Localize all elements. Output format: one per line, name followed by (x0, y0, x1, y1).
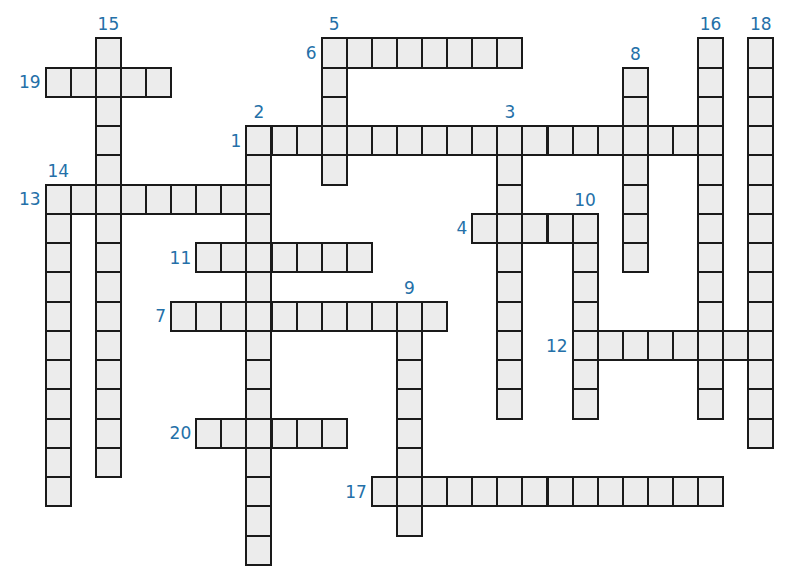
cell-r7-c12[interactable] (346, 242, 373, 273)
cell-r14-c0[interactable] (45, 447, 72, 478)
cell-r3-c19[interactable] (521, 125, 548, 156)
down-number-9: 9 (388, 277, 432, 299)
cell-r12-c8[interactable] (245, 388, 272, 419)
cell-r15-c0[interactable] (45, 476, 72, 507)
cell-r15-c21[interactable] (572, 476, 599, 507)
cell-r11-c2[interactable] (95, 359, 122, 390)
across-number-17: 17 (327, 481, 367, 503)
cell-r12-c18[interactable] (496, 388, 523, 419)
down-number-10: 10 (563, 189, 607, 211)
cell-r5-c5[interactable] (170, 184, 197, 215)
cell-r0-c2[interactable] (95, 37, 122, 68)
cell-r9-c14[interactable] (396, 301, 423, 332)
cell-r9-c2[interactable] (95, 301, 122, 332)
cell-r15-c24[interactable] (647, 476, 674, 507)
cell-r7-c11[interactable] (321, 242, 348, 273)
cell-r13-c8[interactable] (245, 418, 272, 449)
cell-r15-c19[interactable] (521, 476, 548, 507)
cell-r6-c8[interactable] (245, 213, 272, 244)
cell-r8-c18[interactable] (496, 271, 523, 302)
cell-r10-c21[interactable] (572, 330, 599, 361)
cell-r3-c11[interactable] (321, 125, 348, 156)
down-number-16: 16 (689, 13, 733, 35)
cell-r4-c23[interactable] (622, 154, 649, 185)
cell-r3-c14[interactable] (396, 125, 423, 156)
cell-r0-c17[interactable] (471, 37, 498, 68)
cell-r10-c18[interactable] (496, 330, 523, 361)
cell-r9-c18[interactable] (496, 301, 523, 332)
cell-r11-c14[interactable] (396, 359, 423, 390)
cell-r14-c14[interactable] (396, 447, 423, 478)
cell-r5-c4[interactable] (145, 184, 172, 215)
cell-r3-c13[interactable] (371, 125, 398, 156)
cell-r10-c27[interactable] (722, 330, 749, 361)
cell-r15-c20[interactable] (547, 476, 574, 507)
cell-r11-c26[interactable] (697, 359, 724, 390)
cell-r6-c18[interactable] (496, 213, 523, 244)
cell-r5-c26[interactable] (697, 184, 724, 215)
cell-r1-c0[interactable] (45, 67, 72, 98)
cell-r11-c8[interactable] (245, 359, 272, 390)
cell-r9-c5[interactable] (170, 301, 197, 332)
cell-r9-c0[interactable] (45, 301, 72, 332)
cell-r10-c28[interactable] (747, 330, 774, 361)
down-number-5: 5 (312, 13, 356, 35)
cell-r7-c21[interactable] (572, 242, 599, 273)
cell-r0-c28[interactable] (747, 37, 774, 68)
cell-r4-c28[interactable] (747, 154, 774, 185)
cell-r3-c9[interactable] (271, 125, 298, 156)
cell-r4-c18[interactable] (496, 154, 523, 185)
cell-r6-c17[interactable] (471, 213, 498, 244)
cell-r15-c25[interactable] (672, 476, 699, 507)
cell-r1-c23[interactable] (622, 67, 649, 98)
cell-r12-c28[interactable] (747, 388, 774, 419)
cell-r0-c18[interactable] (496, 37, 523, 68)
cell-r7-c9[interactable] (271, 242, 298, 273)
cell-r4-c2[interactable] (95, 154, 122, 185)
across-number-13: 13 (1, 188, 41, 210)
cell-r2-c2[interactable] (95, 96, 122, 127)
cell-r12-c21[interactable] (572, 388, 599, 419)
cell-r13-c11[interactable] (321, 418, 348, 449)
cell-r11-c0[interactable] (45, 359, 72, 390)
cell-r11-c21[interactable] (572, 359, 599, 390)
cell-r9-c9[interactable] (271, 301, 298, 332)
cell-r5-c23[interactable] (622, 184, 649, 215)
cell-r9-c6[interactable] (195, 301, 222, 332)
cell-r8-c21[interactable] (572, 271, 599, 302)
cell-r5-c1[interactable] (70, 184, 97, 215)
cell-r3-c23[interactable] (622, 125, 649, 156)
cell-r10-c14[interactable] (396, 330, 423, 361)
cell-r3-c12[interactable] (346, 125, 373, 156)
cell-r13-c7[interactable] (220, 418, 247, 449)
cell-r11-c18[interactable] (496, 359, 523, 390)
cell-r9-c21[interactable] (572, 301, 599, 332)
cell-r9-c8[interactable] (245, 301, 272, 332)
cell-r7-c7[interactable] (220, 242, 247, 273)
cell-r5-c6[interactable] (195, 184, 222, 215)
cell-r7-c10[interactable] (296, 242, 323, 273)
cell-r15-c15[interactable] (421, 476, 448, 507)
cell-r3-c15[interactable] (421, 125, 448, 156)
cell-r10-c23[interactable] (622, 330, 649, 361)
cell-r8-c8[interactable] (245, 271, 272, 302)
down-number-15: 15 (86, 13, 130, 35)
cell-r0-c14[interactable] (396, 37, 423, 68)
cell-r13-c9[interactable] (271, 418, 298, 449)
cell-r1-c3[interactable] (120, 67, 147, 98)
crossword-board: 1467111213171920235891014151618 (0, 0, 809, 578)
cell-r12-c14[interactable] (396, 388, 423, 419)
cell-r15-c8[interactable] (245, 476, 272, 507)
across-number-1: 1 (201, 130, 241, 152)
down-number-14: 14 (36, 160, 80, 182)
cell-r13-c2[interactable] (95, 418, 122, 449)
cell-r2-c26[interactable] (697, 96, 724, 127)
cell-r9-c10[interactable] (296, 301, 323, 332)
cell-r5-c28[interactable] (747, 184, 774, 215)
down-number-3: 3 (488, 101, 532, 123)
down-number-18: 18 (739, 13, 783, 35)
across-number-4: 4 (427, 217, 467, 239)
cell-r0-c26[interactable] (697, 37, 724, 68)
cell-r2-c28[interactable] (747, 96, 774, 127)
cell-r3-c10[interactable] (296, 125, 323, 156)
cell-r9-c12[interactable] (346, 301, 373, 332)
cell-r7-c0[interactable] (45, 242, 72, 273)
across-number-7: 7 (126, 305, 166, 327)
cell-r11-c28[interactable] (747, 359, 774, 390)
cell-r13-c14[interactable] (396, 418, 423, 449)
cell-r15-c16[interactable] (446, 476, 473, 507)
across-number-6: 6 (277, 42, 317, 64)
cell-r9-c26[interactable] (697, 301, 724, 332)
across-number-20: 20 (151, 422, 191, 444)
cell-r3-c17[interactable] (471, 125, 498, 156)
cell-r17-c8[interactable] (245, 535, 272, 566)
cell-r3-c2[interactable] (95, 125, 122, 156)
down-number-8: 8 (613, 43, 657, 65)
cell-r15-c13[interactable] (371, 476, 398, 507)
cell-r14-c8[interactable] (245, 447, 272, 478)
cell-r6-c26[interactable] (697, 213, 724, 244)
down-number-2: 2 (237, 101, 281, 123)
cell-r1-c2[interactable] (95, 67, 122, 98)
cell-r0-c11[interactable] (321, 37, 348, 68)
cell-r7-c2[interactable] (95, 242, 122, 273)
cell-r5-c3[interactable] (120, 184, 147, 215)
cell-r12-c26[interactable] (697, 388, 724, 419)
cell-r12-c0[interactable] (45, 388, 72, 419)
cell-r6-c28[interactable] (747, 213, 774, 244)
cell-r8-c0[interactable] (45, 271, 72, 302)
cell-r7-c23[interactable] (622, 242, 649, 273)
cell-r6-c0[interactable] (45, 213, 72, 244)
cell-r5-c0[interactable] (45, 184, 72, 215)
cell-r3-c26[interactable] (697, 125, 724, 156)
cell-r5-c2[interactable] (95, 184, 122, 215)
cell-r13-c28[interactable] (747, 418, 774, 449)
cell-r14-c2[interactable] (95, 447, 122, 478)
cell-r0-c15[interactable] (421, 37, 448, 68)
cell-r6-c21[interactable] (572, 213, 599, 244)
cell-r3-c18[interactable] (496, 125, 523, 156)
cell-r15-c23[interactable] (622, 476, 649, 507)
cell-r1-c28[interactable] (747, 67, 774, 98)
cell-r13-c0[interactable] (45, 418, 72, 449)
cell-r8-c26[interactable] (697, 271, 724, 302)
cell-r10-c8[interactable] (245, 330, 272, 361)
cell-r4-c11[interactable] (321, 154, 348, 185)
cell-r1-c1[interactable] (70, 67, 97, 98)
cell-r15-c26[interactable] (697, 476, 724, 507)
cell-r9-c7[interactable] (220, 301, 247, 332)
cell-r2-c23[interactable] (622, 96, 649, 127)
cell-r4-c26[interactable] (697, 154, 724, 185)
cell-r10-c22[interactable] (597, 330, 624, 361)
cell-r15-c14[interactable] (396, 476, 423, 507)
cell-r9-c13[interactable] (371, 301, 398, 332)
across-number-19: 19 (1, 71, 41, 93)
cell-r3-c24[interactable] (647, 125, 674, 156)
cell-r6-c2[interactable] (95, 213, 122, 244)
cell-r7-c6[interactable] (195, 242, 222, 273)
cell-r9-c11[interactable] (321, 301, 348, 332)
cell-r16-c14[interactable] (396, 505, 423, 536)
cell-r15-c22[interactable] (597, 476, 624, 507)
cell-r6-c19[interactable] (521, 213, 548, 244)
cell-r1-c11[interactable] (321, 67, 348, 98)
cell-r13-c10[interactable] (296, 418, 323, 449)
cell-r13-c6[interactable] (195, 418, 222, 449)
cell-r2-c11[interactable] (321, 96, 348, 127)
cell-r9-c28[interactable] (747, 301, 774, 332)
cell-r3-c20[interactable] (547, 125, 574, 156)
cell-r6-c20[interactable] (547, 213, 574, 244)
cell-r4-c8[interactable] (245, 154, 272, 185)
cell-r9-c15[interactable] (421, 301, 448, 332)
cell-r3-c22[interactable] (597, 125, 624, 156)
cell-r3-c8[interactable] (245, 125, 272, 156)
cell-r10-c25[interactable] (672, 330, 699, 361)
cell-r10-c0[interactable] (45, 330, 72, 361)
cell-r5-c7[interactable] (220, 184, 247, 215)
cell-r3-c21[interactable] (572, 125, 599, 156)
cell-r5-c18[interactable] (496, 184, 523, 215)
cell-r7-c28[interactable] (747, 242, 774, 273)
across-number-12: 12 (528, 335, 568, 357)
cell-r0-c12[interactable] (346, 37, 373, 68)
cell-r0-c16[interactable] (446, 37, 473, 68)
across-number-11: 11 (151, 247, 191, 269)
cell-r16-c8[interactable] (245, 505, 272, 536)
cell-r3-c25[interactable] (672, 125, 699, 156)
cell-r7-c18[interactable] (496, 242, 523, 273)
cell-r8-c28[interactable] (747, 271, 774, 302)
cell-r10-c26[interactable] (697, 330, 724, 361)
cell-r5-c8[interactable] (245, 184, 272, 215)
cell-r7-c26[interactable] (697, 242, 724, 273)
cell-r15-c18[interactable] (496, 476, 523, 507)
cell-r8-c2[interactable] (95, 271, 122, 302)
cell-r7-c8[interactable] (245, 242, 272, 273)
cell-r15-c17[interactable] (471, 476, 498, 507)
cell-r10-c2[interactable] (95, 330, 122, 361)
cell-r6-c23[interactable] (622, 213, 649, 244)
cell-r10-c24[interactable] (647, 330, 674, 361)
cell-r1-c26[interactable] (697, 67, 724, 98)
cell-r1-c4[interactable] (145, 67, 172, 98)
cell-r0-c13[interactable] (371, 37, 398, 68)
cell-r3-c28[interactable] (747, 125, 774, 156)
cell-r3-c16[interactable] (446, 125, 473, 156)
cell-r12-c2[interactable] (95, 388, 122, 419)
